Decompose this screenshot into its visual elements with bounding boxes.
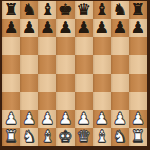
square-a2[interactable]: ♟: [2, 110, 20, 128]
square-a6[interactable]: [2, 37, 20, 55]
square-c8[interactable]: ♝: [38, 1, 56, 19]
square-g3[interactable]: [111, 92, 129, 110]
square-b3[interactable]: [20, 92, 38, 110]
piece-black-pawn[interactable]: ♟: [131, 19, 145, 37]
piece-black-king[interactable]: ♚: [58, 1, 72, 19]
square-f6[interactable]: [93, 37, 111, 55]
square-b1[interactable]: ♞: [20, 128, 38, 146]
square-b5[interactable]: [20, 55, 38, 73]
piece-black-bishop[interactable]: ♝: [40, 1, 54, 19]
square-g6[interactable]: [111, 37, 129, 55]
piece-white-rook[interactable]: ♜: [131, 128, 145, 146]
square-h4[interactable]: [129, 74, 147, 92]
piece-white-king[interactable]: ♚: [58, 128, 72, 146]
square-g4[interactable]: [111, 74, 129, 92]
square-c6[interactable]: [38, 37, 56, 55]
square-h6[interactable]: [129, 37, 147, 55]
square-g2[interactable]: ♟: [111, 110, 129, 128]
square-d7[interactable]: ♟: [56, 19, 74, 37]
piece-black-rook[interactable]: ♜: [4, 1, 18, 19]
piece-black-knight[interactable]: ♞: [22, 1, 36, 19]
square-f1[interactable]: ♝: [93, 128, 111, 146]
square-g1[interactable]: ♞: [111, 128, 129, 146]
piece-white-pawn[interactable]: ♟: [131, 110, 145, 128]
square-b7[interactable]: ♟: [20, 19, 38, 37]
piece-white-bishop[interactable]: ♝: [95, 128, 109, 146]
piece-black-rook[interactable]: ♜: [131, 1, 145, 19]
square-e8[interactable]: ♛: [75, 1, 93, 19]
square-f2[interactable]: ♟: [93, 110, 111, 128]
square-h8[interactable]: ♜: [129, 1, 147, 19]
square-g5[interactable]: [111, 55, 129, 73]
square-e6[interactable]: [75, 37, 93, 55]
piece-black-pawn[interactable]: ♟: [40, 19, 54, 37]
square-b8[interactable]: ♞: [20, 1, 38, 19]
square-c7[interactable]: ♟: [38, 19, 56, 37]
piece-white-pawn[interactable]: ♟: [95, 110, 109, 128]
square-b6[interactable]: [20, 37, 38, 55]
square-f8[interactable]: ♝: [93, 1, 111, 19]
piece-white-bishop[interactable]: ♝: [40, 128, 54, 146]
piece-white-knight[interactable]: ♞: [22, 128, 36, 146]
square-h2[interactable]: ♟: [129, 110, 147, 128]
square-e4[interactable]: [75, 74, 93, 92]
square-d6[interactable]: [56, 37, 74, 55]
square-b4[interactable]: [20, 74, 38, 92]
square-f5[interactable]: [93, 55, 111, 73]
chess-board: ♜♞♝♚♛♝♞♜♟♟♟♟♟♟♟♟♟♟♟♟♟♟♟♟♜♞♝♚♛♝♞♜: [0, 0, 150, 150]
piece-black-bishop[interactable]: ♝: [95, 1, 109, 19]
piece-black-pawn[interactable]: ♟: [113, 19, 127, 37]
piece-white-pawn[interactable]: ♟: [76, 110, 90, 128]
square-e3[interactable]: [75, 92, 93, 110]
square-a3[interactable]: [2, 92, 20, 110]
square-e5[interactable]: [75, 55, 93, 73]
square-h7[interactable]: ♟: [129, 19, 147, 37]
piece-black-pawn[interactable]: ♟: [58, 19, 72, 37]
square-c3[interactable]: [38, 92, 56, 110]
piece-black-queen[interactable]: ♛: [76, 1, 90, 19]
square-h1[interactable]: ♜: [129, 128, 147, 146]
square-c4[interactable]: [38, 74, 56, 92]
square-h5[interactable]: [129, 55, 147, 73]
square-e2[interactable]: ♟: [75, 110, 93, 128]
square-d8[interactable]: ♚: [56, 1, 74, 19]
piece-white-knight[interactable]: ♞: [113, 128, 127, 146]
square-g7[interactable]: ♟: [111, 19, 129, 37]
square-d1[interactable]: ♚: [56, 128, 74, 146]
square-d5[interactable]: [56, 55, 74, 73]
piece-white-pawn[interactable]: ♟: [113, 110, 127, 128]
square-a7[interactable]: ♟: [2, 19, 20, 37]
piece-white-pawn[interactable]: ♟: [22, 110, 36, 128]
square-a4[interactable]: [2, 74, 20, 92]
square-d2[interactable]: ♟: [56, 110, 74, 128]
piece-black-pawn[interactable]: ♟: [95, 19, 109, 37]
square-f7[interactable]: ♟: [93, 19, 111, 37]
square-f3[interactable]: [93, 92, 111, 110]
square-a1[interactable]: ♜: [2, 128, 20, 146]
piece-black-pawn[interactable]: ♟: [76, 19, 90, 37]
piece-white-rook[interactable]: ♜: [4, 128, 18, 146]
square-a5[interactable]: [2, 55, 20, 73]
piece-white-pawn[interactable]: ♟: [58, 110, 72, 128]
square-c1[interactable]: ♝: [38, 128, 56, 146]
square-a8[interactable]: ♜: [2, 1, 20, 19]
piece-white-pawn[interactable]: ♟: [40, 110, 54, 128]
piece-white-pawn[interactable]: ♟: [4, 110, 18, 128]
piece-black-pawn[interactable]: ♟: [22, 19, 36, 37]
square-d4[interactable]: [56, 74, 74, 92]
square-f4[interactable]: [93, 74, 111, 92]
square-e1[interactable]: ♛: [75, 128, 93, 146]
square-g8[interactable]: ♞: [111, 1, 129, 19]
piece-black-knight[interactable]: ♞: [113, 1, 127, 19]
square-e7[interactable]: ♟: [75, 19, 93, 37]
piece-black-pawn[interactable]: ♟: [4, 19, 18, 37]
square-d3[interactable]: [56, 92, 74, 110]
square-c5[interactable]: [38, 55, 56, 73]
piece-white-queen[interactable]: ♛: [76, 128, 90, 146]
square-c2[interactable]: ♟: [38, 110, 56, 128]
square-b2[interactable]: ♟: [20, 110, 38, 128]
square-h3[interactable]: [129, 92, 147, 110]
